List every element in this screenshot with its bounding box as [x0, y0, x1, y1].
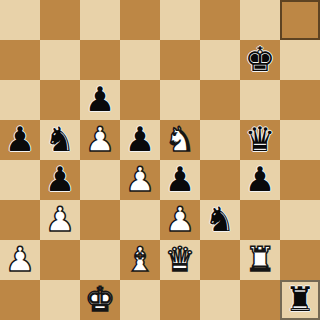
square-g6[interactable]	[240, 80, 280, 120]
square-d4[interactable]: ♟	[120, 160, 160, 200]
black-rook-piece[interactable]: ♜	[285, 279, 315, 319]
square-g3[interactable]	[240, 200, 280, 240]
square-a6[interactable]	[0, 80, 40, 120]
black-knight-piece[interactable]: ♞	[205, 199, 235, 239]
square-b3[interactable]: ♟	[40, 200, 80, 240]
black-queen-piece[interactable]: ♛	[245, 119, 275, 159]
square-f5[interactable]	[200, 120, 240, 160]
square-g4[interactable]: ♟	[240, 160, 280, 200]
square-c1[interactable]: ♚	[80, 280, 120, 320]
square-b1[interactable]	[40, 280, 80, 320]
black-pawn-piece[interactable]: ♟	[45, 159, 75, 199]
square-b2[interactable]	[40, 240, 80, 280]
square-g7[interactable]: ♚	[240, 40, 280, 80]
square-d3[interactable]	[120, 200, 160, 240]
square-e4[interactable]: ♟	[160, 160, 200, 200]
white-pawn-piece[interactable]: ♟	[5, 239, 35, 279]
square-a7[interactable]	[0, 40, 40, 80]
square-c8[interactable]	[80, 0, 120, 40]
square-e5[interactable]: ♞	[160, 120, 200, 160]
square-h8[interactable]	[280, 0, 320, 40]
white-king-piece[interactable]: ♚	[85, 279, 115, 319]
square-b5[interactable]: ♞	[40, 120, 80, 160]
square-h6[interactable]	[280, 80, 320, 120]
white-pawn-piece[interactable]: ♟	[165, 199, 195, 239]
square-g5[interactable]: ♛	[240, 120, 280, 160]
square-b6[interactable]	[40, 80, 80, 120]
square-c5[interactable]: ♟	[80, 120, 120, 160]
black-knight-piece[interactable]: ♞	[45, 119, 75, 159]
black-pawn-piece[interactable]: ♟	[85, 79, 115, 119]
square-a8[interactable]	[0, 0, 40, 40]
chess-board: ♚♟♟♞♟♟♞♛♟♟♟♟♟♟♞♟♝♛♜♚♜	[0, 0, 320, 320]
square-f2[interactable]	[200, 240, 240, 280]
square-h7[interactable]	[280, 40, 320, 80]
square-f4[interactable]	[200, 160, 240, 200]
square-e1[interactable]	[160, 280, 200, 320]
square-f3[interactable]: ♞	[200, 200, 240, 240]
square-b7[interactable]	[40, 40, 80, 80]
black-king-piece[interactable]: ♚	[245, 39, 275, 79]
white-queen-piece[interactable]: ♛	[165, 239, 195, 279]
square-e6[interactable]	[160, 80, 200, 120]
square-g2[interactable]: ♜	[240, 240, 280, 280]
square-h4[interactable]	[280, 160, 320, 200]
square-h3[interactable]	[280, 200, 320, 240]
square-f7[interactable]	[200, 40, 240, 80]
square-h5[interactable]	[280, 120, 320, 160]
square-h2[interactable]	[280, 240, 320, 280]
white-knight-piece[interactable]: ♞	[165, 119, 195, 159]
black-pawn-piece[interactable]: ♟	[165, 159, 195, 199]
square-c3[interactable]	[80, 200, 120, 240]
square-g1[interactable]	[240, 280, 280, 320]
square-g8[interactable]	[240, 0, 280, 40]
square-d8[interactable]	[120, 0, 160, 40]
square-d5[interactable]: ♟	[120, 120, 160, 160]
square-e2[interactable]: ♛	[160, 240, 200, 280]
square-c2[interactable]	[80, 240, 120, 280]
square-e8[interactable]	[160, 0, 200, 40]
square-c6[interactable]: ♟	[80, 80, 120, 120]
white-pawn-piece[interactable]: ♟	[85, 119, 115, 159]
square-f8[interactable]	[200, 0, 240, 40]
square-a2[interactable]: ♟	[0, 240, 40, 280]
black-pawn-piece[interactable]: ♟	[125, 119, 155, 159]
square-h1[interactable]: ♜	[280, 280, 320, 320]
square-d7[interactable]	[120, 40, 160, 80]
white-pawn-piece[interactable]: ♟	[45, 199, 75, 239]
square-f6[interactable]	[200, 80, 240, 120]
square-d6[interactable]	[120, 80, 160, 120]
square-e7[interactable]	[160, 40, 200, 80]
square-c4[interactable]	[80, 160, 120, 200]
square-a3[interactable]	[0, 200, 40, 240]
white-pawn-piece[interactable]: ♟	[125, 159, 155, 199]
black-pawn-piece[interactable]: ♟	[5, 119, 35, 159]
square-a4[interactable]	[0, 160, 40, 200]
square-b8[interactable]	[40, 0, 80, 40]
black-pawn-piece[interactable]: ♟	[245, 159, 275, 199]
square-e3[interactable]: ♟	[160, 200, 200, 240]
square-d1[interactable]	[120, 280, 160, 320]
square-a1[interactable]	[0, 280, 40, 320]
square-b4[interactable]: ♟	[40, 160, 80, 200]
square-f1[interactable]	[200, 280, 240, 320]
square-c7[interactable]	[80, 40, 120, 80]
white-rook-piece[interactable]: ♜	[245, 239, 275, 279]
white-bishop-piece[interactable]: ♝	[125, 239, 155, 279]
square-d2[interactable]: ♝	[120, 240, 160, 280]
square-a5[interactable]: ♟	[0, 120, 40, 160]
